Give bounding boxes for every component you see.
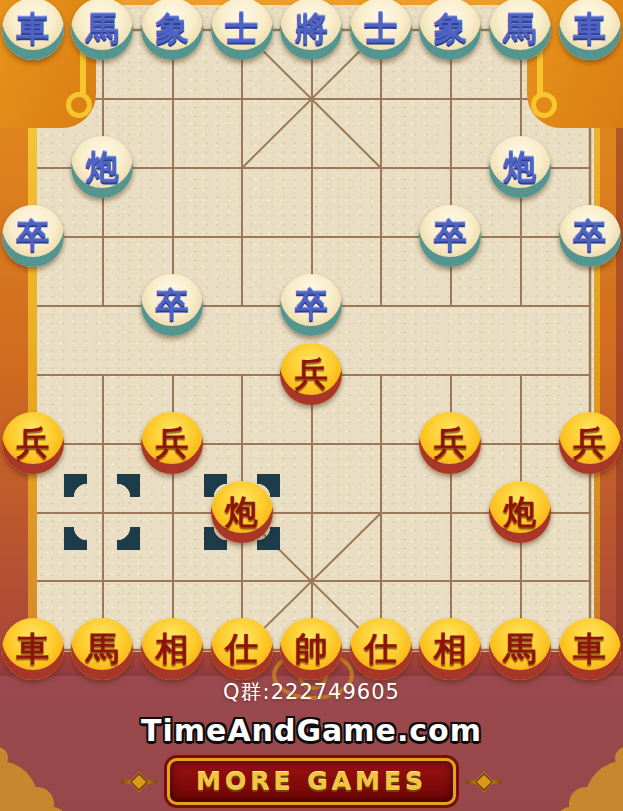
piece-red-車[interactable]: 車: [559, 618, 621, 680]
piece-glyph: 車: [573, 618, 606, 680]
piece-red-仕[interactable]: 仕: [350, 618, 412, 680]
piece-red-兵[interactable]: 兵: [280, 343, 342, 405]
piece-red-兵[interactable]: 兵: [559, 412, 621, 474]
piece-black-馬[interactable]: 馬: [489, 0, 551, 60]
piece-red-仕[interactable]: 仕: [211, 618, 273, 680]
piece-black-馬[interactable]: 馬: [71, 0, 133, 60]
piece-red-炮[interactable]: 炮: [211, 481, 273, 543]
piece-glyph: 卒: [434, 205, 467, 267]
piece-glyph: 象: [434, 0, 467, 60]
piece-glyph: 兵: [155, 412, 188, 474]
piece-grid: 車馬象士將士象馬車炮炮卒卒卒卒卒兵兵兵兵兵炮炮車馬相仕帥仕相馬車: [0, 0, 623, 684]
piece-black-卒[interactable]: 卒: [280, 274, 342, 336]
marker-corner-br: [117, 527, 140, 550]
piece-red-帥[interactable]: 帥: [280, 618, 342, 680]
piece-glyph: 炮: [86, 136, 119, 198]
piece-glyph: 車: [573, 0, 606, 60]
marker-corner-tr: [117, 474, 140, 497]
piece-red-車[interactable]: 車: [2, 618, 64, 680]
piece-glyph: 士: [364, 0, 397, 60]
piece-black-車[interactable]: 車: [2, 0, 64, 60]
more-games-bar: MORE GAMES: [0, 758, 623, 805]
more-games-button[interactable]: MORE GAMES: [167, 758, 456, 805]
piece-glyph: 馬: [86, 0, 119, 60]
piece-glyph: 卒: [295, 274, 328, 336]
piece-glyph: 車: [16, 0, 49, 60]
piece-glyph: 將: [295, 0, 328, 60]
piece-glyph: 馬: [86, 618, 119, 680]
piece-black-卒[interactable]: 卒: [141, 274, 203, 336]
right-flourish-ornament: [466, 773, 502, 791]
xiangqi-game-screen: 車馬象士將士象馬車炮炮卒卒卒卒卒兵兵兵兵兵炮炮車馬相仕帥仕相馬車 Q群:2227…: [0, 0, 623, 811]
marker-corner-tl: [64, 474, 87, 497]
qq-group-text: Q群:222749605: [0, 678, 623, 706]
piece-glyph: 馬: [503, 618, 536, 680]
piece-glyph: 象: [155, 0, 188, 60]
piece-red-兵[interactable]: 兵: [2, 412, 64, 474]
piece-glyph: 士: [225, 0, 258, 60]
piece-glyph: 兵: [16, 412, 49, 474]
piece-glyph: 兵: [295, 343, 328, 405]
piece-black-卒[interactable]: 卒: [419, 205, 481, 267]
piece-glyph: 相: [434, 618, 467, 680]
piece-black-卒[interactable]: 卒: [2, 205, 64, 267]
piece-glyph: 炮: [503, 136, 536, 198]
piece-glyph: 馬: [503, 0, 536, 60]
site-watermark: TimeAndGame.com: [0, 713, 623, 748]
piece-glyph: 兵: [434, 412, 467, 474]
xiangqi-board: 車馬象士將士象馬車炮炮卒卒卒卒卒兵兵兵兵兵炮炮車馬相仕帥仕相馬車: [0, 0, 623, 676]
piece-black-象[interactable]: 象: [141, 0, 203, 60]
piece-red-相[interactable]: 相: [141, 618, 203, 680]
piece-red-相[interactable]: 相: [419, 618, 481, 680]
piece-glyph: 卒: [155, 274, 188, 336]
piece-glyph: 相: [155, 618, 188, 680]
piece-glyph: 兵: [573, 412, 606, 474]
move-marker-from: [64, 474, 140, 550]
piece-red-馬[interactable]: 馬: [71, 618, 133, 680]
piece-glyph: 仕: [225, 618, 258, 680]
piece-black-車[interactable]: 車: [559, 0, 621, 60]
piece-black-士[interactable]: 士: [350, 0, 412, 60]
piece-red-兵[interactable]: 兵: [141, 412, 203, 474]
marker-corner-bl: [64, 527, 87, 550]
piece-black-卒[interactable]: 卒: [559, 205, 621, 267]
piece-black-象[interactable]: 象: [419, 0, 481, 60]
piece-glyph: 卒: [16, 205, 49, 267]
piece-glyph: 仕: [364, 618, 397, 680]
piece-black-士[interactable]: 士: [211, 0, 273, 60]
piece-glyph: 炮: [503, 481, 536, 543]
piece-red-炮[interactable]: 炮: [489, 481, 551, 543]
left-flourish-ornament: [121, 773, 157, 791]
piece-black-將[interactable]: 將: [280, 0, 342, 60]
piece-black-炮[interactable]: 炮: [71, 136, 133, 198]
piece-glyph: 卒: [573, 205, 606, 267]
piece-black-炮[interactable]: 炮: [489, 136, 551, 198]
piece-glyph: 炮: [225, 481, 258, 543]
piece-glyph: 帥: [295, 618, 328, 680]
piece-glyph: 車: [16, 618, 49, 680]
piece-red-馬[interactable]: 馬: [489, 618, 551, 680]
piece-red-兵[interactable]: 兵: [419, 412, 481, 474]
